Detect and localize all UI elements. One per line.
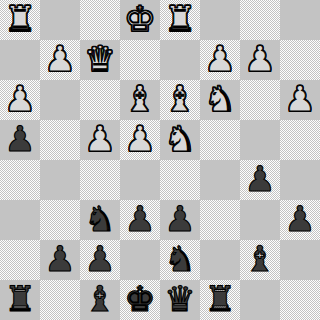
- piece-black-pawn[interactable]: ♟: [124, 202, 155, 237]
- square-d6[interactable]: ♟: [160, 200, 200, 240]
- piece-white-pawn[interactable]: ♟: [244, 42, 275, 77]
- square-h5[interactable]: [0, 160, 40, 200]
- square-b8[interactable]: [240, 280, 280, 320]
- square-c4[interactable]: [200, 120, 240, 160]
- square-a3[interactable]: ♟: [280, 80, 320, 120]
- square-c8[interactable]: ♜: [200, 280, 240, 320]
- square-d8[interactable]: ♛: [160, 280, 200, 320]
- square-a2[interactable]: [280, 40, 320, 80]
- square-e2[interactable]: [120, 40, 160, 80]
- square-g1[interactable]: [40, 0, 80, 40]
- piece-white-pawn[interactable]: ♟: [84, 122, 115, 157]
- square-d7[interactable]: ♞: [160, 240, 200, 280]
- piece-white-king[interactable]: ♚: [124, 2, 155, 37]
- square-f4[interactable]: ♟: [80, 120, 120, 160]
- square-d5[interactable]: [160, 160, 200, 200]
- piece-black-pawn[interactable]: ♟: [44, 242, 75, 277]
- piece-black-pawn[interactable]: ♟: [84, 242, 115, 277]
- square-h6[interactable]: [0, 200, 40, 240]
- piece-white-bishop[interactable]: ♝: [124, 82, 155, 117]
- piece-white-queen[interactable]: ♛: [84, 42, 115, 77]
- square-a4[interactable]: [280, 120, 320, 160]
- square-f3[interactable]: [80, 80, 120, 120]
- square-f8[interactable]: ♝: [80, 280, 120, 320]
- square-a5[interactable]: [280, 160, 320, 200]
- square-g8[interactable]: [40, 280, 80, 320]
- square-e6[interactable]: ♟: [120, 200, 160, 240]
- piece-white-pawn[interactable]: ♟: [124, 122, 155, 157]
- square-e8[interactable]: ♚: [120, 280, 160, 320]
- piece-white-pawn[interactable]: ♟: [4, 82, 35, 117]
- square-c6[interactable]: [200, 200, 240, 240]
- square-c2[interactable]: ♟: [200, 40, 240, 80]
- square-f5[interactable]: [80, 160, 120, 200]
- square-e7[interactable]: [120, 240, 160, 280]
- piece-black-pawn[interactable]: ♟: [244, 162, 275, 197]
- piece-white-pawn[interactable]: ♟: [204, 42, 235, 77]
- piece-white-knight[interactable]: ♞: [164, 122, 195, 157]
- square-a1[interactable]: [280, 0, 320, 40]
- piece-black-pawn[interactable]: ♟: [284, 202, 315, 237]
- square-d2[interactable]: [160, 40, 200, 80]
- square-d1[interactable]: ♜: [160, 0, 200, 40]
- square-e1[interactable]: ♚: [120, 0, 160, 40]
- piece-black-pawn[interactable]: ♟: [4, 122, 35, 157]
- piece-black-bishop[interactable]: ♝: [84, 282, 115, 317]
- square-c1[interactable]: [200, 0, 240, 40]
- square-b4[interactable]: [240, 120, 280, 160]
- square-b6[interactable]: [240, 200, 280, 240]
- square-c7[interactable]: [200, 240, 240, 280]
- square-d3[interactable]: ♝: [160, 80, 200, 120]
- piece-white-knight[interactable]: ♞: [204, 82, 235, 117]
- square-e4[interactable]: ♟: [120, 120, 160, 160]
- piece-white-pawn[interactable]: ♟: [284, 82, 315, 117]
- piece-white-rook[interactable]: ♜: [164, 2, 195, 37]
- square-f6[interactable]: ♞: [80, 200, 120, 240]
- square-g2[interactable]: ♟: [40, 40, 80, 80]
- square-b2[interactable]: ♟: [240, 40, 280, 80]
- square-h4[interactable]: ♟: [0, 120, 40, 160]
- square-h8[interactable]: ♜: [0, 280, 40, 320]
- chess-board: ♜♚♜♟♛♟♟♟♝♝♞♟♟♟♟♞♟♞♟♟♟♟♟♞♝♜♝♚♛♜: [0, 0, 320, 320]
- piece-black-queen[interactable]: ♛: [164, 282, 195, 317]
- piece-black-rook[interactable]: ♜: [204, 282, 235, 317]
- square-a8[interactable]: [280, 280, 320, 320]
- square-c5[interactable]: [200, 160, 240, 200]
- piece-black-knight[interactable]: ♞: [164, 242, 195, 277]
- square-e3[interactable]: ♝: [120, 80, 160, 120]
- square-b5[interactable]: ♟: [240, 160, 280, 200]
- piece-black-pawn[interactable]: ♟: [164, 202, 195, 237]
- piece-black-rook[interactable]: ♜: [4, 282, 35, 317]
- square-h3[interactable]: ♟: [0, 80, 40, 120]
- square-h7[interactable]: [0, 240, 40, 280]
- square-g5[interactable]: [40, 160, 80, 200]
- square-f7[interactable]: ♟: [80, 240, 120, 280]
- square-g7[interactable]: ♟: [40, 240, 80, 280]
- square-g6[interactable]: [40, 200, 80, 240]
- square-a7[interactable]: [280, 240, 320, 280]
- square-f1[interactable]: [80, 0, 120, 40]
- square-b1[interactable]: [240, 0, 280, 40]
- square-b3[interactable]: [240, 80, 280, 120]
- square-e5[interactable]: [120, 160, 160, 200]
- piece-black-knight[interactable]: ♞: [84, 202, 115, 237]
- square-f2[interactable]: ♛: [80, 40, 120, 80]
- piece-black-bishop[interactable]: ♝: [244, 242, 275, 277]
- square-b7[interactable]: ♝: [240, 240, 280, 280]
- square-a6[interactable]: ♟: [280, 200, 320, 240]
- square-d4[interactable]: ♞: [160, 120, 200, 160]
- piece-white-rook[interactable]: ♜: [4, 2, 35, 37]
- square-h1[interactable]: ♜: [0, 0, 40, 40]
- square-c3[interactable]: ♞: [200, 80, 240, 120]
- piece-white-pawn[interactable]: ♟: [44, 42, 75, 77]
- square-g4[interactable]: [40, 120, 80, 160]
- square-h2[interactable]: [0, 40, 40, 80]
- square-g3[interactable]: [40, 80, 80, 120]
- piece-black-king[interactable]: ♚: [124, 282, 155, 317]
- piece-white-bishop[interactable]: ♝: [164, 82, 195, 117]
